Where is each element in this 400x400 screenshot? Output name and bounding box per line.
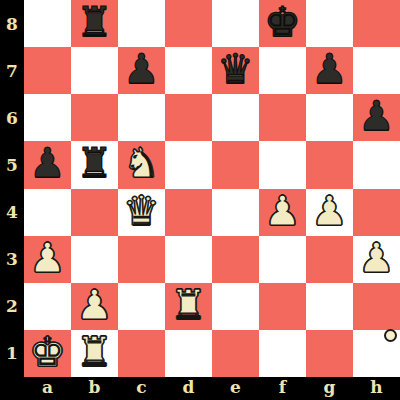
square-a6[interactable] bbox=[24, 94, 71, 141]
square-h7[interactable] bbox=[353, 47, 400, 94]
square-a8[interactable] bbox=[24, 0, 71, 47]
square-g4[interactable]: ♟ bbox=[306, 189, 353, 236]
square-a7[interactable] bbox=[24, 47, 71, 94]
square-g6[interactable] bbox=[306, 94, 353, 141]
piece-black-rook[interactable]: ♜ bbox=[76, 141, 113, 187]
square-d4[interactable] bbox=[165, 189, 212, 236]
square-h2[interactable] bbox=[353, 283, 400, 330]
rank-label-2: 2 bbox=[0, 283, 24, 330]
square-h3[interactable]: ♟ bbox=[353, 236, 400, 283]
square-f3[interactable] bbox=[259, 236, 306, 283]
square-c6[interactable] bbox=[118, 94, 165, 141]
square-c7[interactable]: ♟ bbox=[118, 47, 165, 94]
file-label-e: e bbox=[212, 377, 259, 400]
piece-white-king[interactable]: ♚ bbox=[29, 330, 66, 376]
square-f6[interactable] bbox=[259, 94, 306, 141]
rank-label-3: 3 bbox=[0, 236, 24, 283]
rank-label-7: 7 bbox=[0, 47, 24, 94]
square-g3[interactable] bbox=[306, 236, 353, 283]
square-f5[interactable] bbox=[259, 141, 306, 188]
file-label-d: d bbox=[165, 377, 212, 400]
square-b3[interactable] bbox=[71, 236, 118, 283]
piece-white-pawn[interactable]: ♟ bbox=[76, 283, 113, 329]
rank-label-8: 8 bbox=[0, 0, 24, 47]
square-c1[interactable] bbox=[118, 330, 165, 377]
square-g2[interactable] bbox=[306, 283, 353, 330]
square-b6[interactable] bbox=[71, 94, 118, 141]
square-c4[interactable]: ♛ bbox=[118, 189, 165, 236]
square-a2[interactable] bbox=[24, 283, 71, 330]
square-f1[interactable] bbox=[259, 330, 306, 377]
square-g8[interactable] bbox=[306, 0, 353, 47]
square-g1[interactable] bbox=[306, 330, 353, 377]
square-g7[interactable]: ♟ bbox=[306, 47, 353, 94]
square-a3[interactable]: ♟ bbox=[24, 236, 71, 283]
file-label-b: b bbox=[71, 377, 118, 400]
square-g5[interactable] bbox=[306, 141, 353, 188]
square-e1[interactable] bbox=[212, 330, 259, 377]
rank-label-6: 6 bbox=[0, 94, 24, 141]
square-d3[interactable] bbox=[165, 236, 212, 283]
piece-white-pawn[interactable]: ♟ bbox=[358, 236, 395, 282]
piece-black-pawn[interactable]: ♟ bbox=[311, 47, 348, 93]
piece-black-pawn[interactable]: ♟ bbox=[358, 94, 395, 140]
side-to-move-indicator bbox=[384, 329, 397, 342]
piece-white-pawn[interactable]: ♟ bbox=[264, 189, 301, 235]
square-h6[interactable]: ♟ bbox=[353, 94, 400, 141]
square-a4[interactable] bbox=[24, 189, 71, 236]
square-f7[interactable] bbox=[259, 47, 306, 94]
file-label-c: c bbox=[118, 377, 165, 400]
rank-label-4: 4 bbox=[0, 189, 24, 236]
square-d8[interactable] bbox=[165, 0, 212, 47]
square-c2[interactable] bbox=[118, 283, 165, 330]
square-b2[interactable]: ♟ bbox=[71, 283, 118, 330]
piece-white-rook[interactable]: ♜ bbox=[170, 283, 207, 329]
square-f8[interactable]: ♚ bbox=[259, 0, 306, 47]
square-e4[interactable] bbox=[212, 189, 259, 236]
file-label-a: a bbox=[24, 377, 71, 400]
rank-labels: 87654321 bbox=[0, 0, 24, 377]
square-f2[interactable] bbox=[259, 283, 306, 330]
square-e8[interactable] bbox=[212, 0, 259, 47]
piece-white-pawn[interactable]: ♟ bbox=[29, 236, 66, 282]
file-label-h: h bbox=[353, 377, 400, 400]
piece-white-queen[interactable]: ♛ bbox=[123, 189, 160, 235]
piece-black-rook[interactable]: ♜ bbox=[76, 0, 113, 46]
square-h8[interactable] bbox=[353, 0, 400, 47]
file-label-g: g bbox=[306, 377, 353, 400]
square-b1[interactable]: ♜ bbox=[71, 330, 118, 377]
piece-white-knight[interactable]: ♞ bbox=[123, 141, 160, 187]
file-label-f: f bbox=[259, 377, 306, 400]
square-h5[interactable] bbox=[353, 141, 400, 188]
piece-black-pawn[interactable]: ♟ bbox=[123, 47, 160, 93]
rank-label-5: 5 bbox=[0, 141, 24, 188]
square-b8[interactable]: ♜ bbox=[71, 0, 118, 47]
square-c5[interactable]: ♞ bbox=[118, 141, 165, 188]
square-b5[interactable]: ♜ bbox=[71, 141, 118, 188]
square-b7[interactable] bbox=[71, 47, 118, 94]
square-e5[interactable] bbox=[212, 141, 259, 188]
square-h4[interactable] bbox=[353, 189, 400, 236]
square-d7[interactable] bbox=[165, 47, 212, 94]
piece-black-pawn[interactable]: ♟ bbox=[29, 141, 66, 187]
piece-white-rook[interactable]: ♜ bbox=[76, 330, 113, 376]
piece-black-king[interactable]: ♚ bbox=[264, 0, 301, 46]
square-d6[interactable] bbox=[165, 94, 212, 141]
square-d1[interactable] bbox=[165, 330, 212, 377]
square-a5[interactable]: ♟ bbox=[24, 141, 71, 188]
file-labels: abcdefgh bbox=[24, 377, 400, 400]
square-b4[interactable] bbox=[71, 189, 118, 236]
piece-white-pawn[interactable]: ♟ bbox=[311, 189, 348, 235]
square-c8[interactable] bbox=[118, 0, 165, 47]
square-e3[interactable] bbox=[212, 236, 259, 283]
piece-black-queen[interactable]: ♛ bbox=[217, 47, 254, 93]
square-c3[interactable] bbox=[118, 236, 165, 283]
rank-label-1: 1 bbox=[0, 330, 24, 377]
square-d5[interactable] bbox=[165, 141, 212, 188]
square-e7[interactable]: ♛ bbox=[212, 47, 259, 94]
square-a1[interactable]: ♚ bbox=[24, 330, 71, 377]
square-f4[interactable]: ♟ bbox=[259, 189, 306, 236]
square-e2[interactable] bbox=[212, 283, 259, 330]
chess-board[interactable]: ♜♚♟♛♟♟♟♜♞♛♟♟♟♟♟♜♚♜ bbox=[24, 0, 400, 377]
square-e6[interactable] bbox=[212, 94, 259, 141]
chess-diagram: 87654321 ♜♚♟♛♟♟♟♜♞♛♟♟♟♟♟♜♚♜ abcdefgh bbox=[0, 0, 400, 400]
square-d2[interactable]: ♜ bbox=[165, 283, 212, 330]
